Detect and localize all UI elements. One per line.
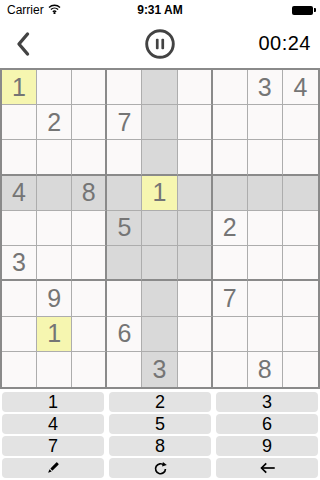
cell-r6c6[interactable]: [178, 246, 213, 281]
cell-r1c8[interactable]: 3: [248, 70, 283, 105]
cell-r7c3[interactable]: [72, 281, 107, 316]
pencil-icon: [45, 460, 61, 476]
cell-r5c9[interactable]: [283, 211, 318, 246]
back-button[interactable]: [16, 31, 30, 57]
digit-pad-rows: 123456789: [2, 392, 318, 456]
cell-r7c1[interactable]: [2, 281, 37, 316]
cell-r5c7[interactable]: 2: [213, 211, 248, 246]
chevron-left-icon: [16, 43, 30, 60]
cell-r2c2[interactable]: 2: [37, 105, 72, 140]
status-bar: Carrier 9:31 AM: [0, 0, 320, 20]
cell-r6c3[interactable]: [72, 246, 107, 281]
cell-r6c4[interactable]: [107, 246, 142, 281]
cell-r3c2[interactable]: [37, 140, 72, 175]
cell-r7c9[interactable]: [283, 281, 318, 316]
cell-r8c3[interactable]: [72, 317, 107, 352]
cell-r1c5[interactable]: [142, 70, 177, 105]
cell-r9c3[interactable]: [72, 352, 107, 387]
left-arrow-icon: [259, 461, 276, 475]
pad-9-button[interactable]: 9: [216, 436, 318, 456]
restart-button[interactable]: [109, 458, 211, 478]
cell-r2c6[interactable]: [178, 105, 213, 140]
cell-r3c5[interactable]: [142, 140, 177, 175]
pad-7-button[interactable]: 7: [2, 436, 104, 456]
cell-r4c3[interactable]: 8: [72, 176, 107, 211]
cell-r6c5[interactable]: [142, 246, 177, 281]
cell-r3c8[interactable]: [248, 140, 283, 175]
cell-r9c7[interactable]: [213, 352, 248, 387]
cell-r7c4[interactable]: [107, 281, 142, 316]
cell-r1c6[interactable]: [178, 70, 213, 105]
cell-r2c4[interactable]: 7: [107, 105, 142, 140]
cell-r9c1[interactable]: [2, 352, 37, 387]
pause-circle-icon: [143, 47, 177, 64]
cell-r4c5[interactable]: 1: [142, 176, 177, 211]
battery-icon: [292, 6, 313, 15]
cell-r9c8[interactable]: 8: [248, 352, 283, 387]
carrier-label: Carrier: [7, 3, 44, 17]
digit-row: 789: [2, 436, 318, 456]
erase-button[interactable]: [216, 458, 318, 478]
cell-r3c4[interactable]: [107, 140, 142, 175]
cell-r4c2[interactable]: [37, 176, 72, 211]
cell-r2c9[interactable]: [283, 105, 318, 140]
cell-r4c4[interactable]: [107, 176, 142, 211]
cell-r1c4[interactable]: [107, 70, 142, 105]
cell-r2c7[interactable]: [213, 105, 248, 140]
cell-r8c4[interactable]: 6: [107, 317, 142, 352]
cell-r1c9[interactable]: 4: [283, 70, 318, 105]
cell-r5c2[interactable]: [37, 211, 72, 246]
cell-r3c6[interactable]: [178, 140, 213, 175]
cell-r2c8[interactable]: [248, 105, 283, 140]
cell-r7c6[interactable]: [178, 281, 213, 316]
nav-bar: 00:24: [0, 20, 320, 68]
cell-r7c2[interactable]: 9: [37, 281, 72, 316]
cell-r5c3[interactable]: [72, 211, 107, 246]
cell-r8c1[interactable]: [2, 317, 37, 352]
cell-r6c2[interactable]: [37, 246, 72, 281]
cell-r1c2[interactable]: [37, 70, 72, 105]
cell-r5c6[interactable]: [178, 211, 213, 246]
cell-r6c1[interactable]: 3: [2, 246, 37, 281]
pause-button[interactable]: [143, 27, 177, 61]
cell-r4c8[interactable]: [248, 176, 283, 211]
cell-r5c5[interactable]: [142, 211, 177, 246]
cell-r3c3[interactable]: [72, 140, 107, 175]
cell-r8c5[interactable]: [142, 317, 177, 352]
cell-r3c7[interactable]: [213, 140, 248, 175]
pad-3-button[interactable]: 3: [216, 392, 318, 412]
cell-r4c7[interactable]: [213, 176, 248, 211]
cell-r9c6[interactable]: [178, 352, 213, 387]
cell-r4c1[interactable]: 4: [2, 176, 37, 211]
cell-r3c9[interactable]: [283, 140, 318, 175]
number-pad: 123456789: [0, 389, 320, 478]
cell-r6c7[interactable]: [213, 246, 248, 281]
cell-r9c2[interactable]: [37, 352, 72, 387]
refresh-icon: [153, 461, 168, 476]
cell-r1c1[interactable]: 1: [2, 70, 37, 105]
cell-r5c8[interactable]: [248, 211, 283, 246]
cell-r9c5[interactable]: 3: [142, 352, 177, 387]
digit-row: 123: [2, 392, 318, 412]
cell-r7c8[interactable]: [248, 281, 283, 316]
cell-r2c3[interactable]: [72, 105, 107, 140]
cell-r3c1[interactable]: [2, 140, 37, 175]
wifi-icon: [48, 3, 61, 17]
cell-r8c6[interactable]: [178, 317, 213, 352]
cell-r5c4[interactable]: 5: [107, 211, 142, 246]
cell-r6c9[interactable]: [283, 246, 318, 281]
cell-r8c8[interactable]: [248, 317, 283, 352]
cell-r1c7[interactable]: [213, 70, 248, 105]
cell-r1c3[interactable]: [72, 70, 107, 105]
cell-r2c1[interactable]: [2, 105, 37, 140]
cell-r8c9[interactable]: [283, 317, 318, 352]
pad-8-button[interactable]: 8: [109, 436, 211, 456]
cell-r4c9[interactable]: [283, 176, 318, 211]
pad-2-button[interactable]: 2: [109, 392, 211, 412]
cell-r9c4[interactable]: [107, 352, 142, 387]
pencil-button[interactable]: [2, 458, 104, 478]
pad-4-button[interactable]: 4: [2, 414, 104, 434]
pad-1-button[interactable]: 1: [2, 392, 104, 412]
pad-5-button[interactable]: 5: [109, 414, 211, 434]
sudoku-board: 13427481523971638: [0, 68, 320, 389]
action-row: [2, 458, 318, 478]
cell-r8c7[interactable]: [213, 317, 248, 352]
cell-r8c2[interactable]: 1: [37, 317, 72, 352]
cell-r2c5[interactable]: [142, 105, 177, 140]
cell-r7c7[interactable]: 7: [213, 281, 248, 316]
cell-r9c9[interactable]: [283, 352, 318, 387]
cell-r5c1[interactable]: [2, 211, 37, 246]
digit-row: 456: [2, 414, 318, 434]
cell-r4c6[interactable]: [178, 176, 213, 211]
pad-6-button[interactable]: 6: [216, 414, 318, 434]
cell-r6c8[interactable]: [248, 246, 283, 281]
game-timer: 00:24: [258, 32, 311, 55]
cell-r7c5[interactable]: [142, 281, 177, 316]
